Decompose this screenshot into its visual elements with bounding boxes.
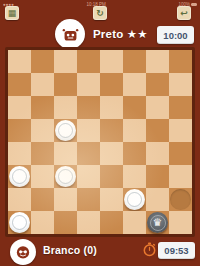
board-cell-r6c1[interactable] <box>31 188 54 211</box>
board-cell-r2c3[interactable] <box>77 96 100 119</box>
board-cell-r5c6[interactable] <box>146 165 169 188</box>
restart-button[interactable]: ↻ <box>93 6 107 20</box>
stopwatch-icon <box>143 242 156 257</box>
board-cell-r7c2[interactable] <box>54 211 77 234</box>
grid-menu-icon: ▦ <box>8 9 17 18</box>
board-cell-r0c3[interactable] <box>77 50 100 73</box>
board: ♛ <box>5 47 195 237</box>
board-cell-r6c7[interactable] <box>169 188 192 211</box>
board-cell-r1c2[interactable] <box>54 73 77 96</box>
board-cell-r2c4[interactable] <box>100 96 123 119</box>
board-cell-r5c7[interactable] <box>169 165 192 188</box>
board-cell-r6c2[interactable] <box>54 188 77 211</box>
board-cell-r0c6[interactable] <box>146 50 169 73</box>
board-cell-r2c0[interactable] <box>8 96 31 119</box>
white-man-piece[interactable] <box>9 166 30 187</box>
board-cell-r3c4[interactable] <box>100 119 123 142</box>
board-cell-r0c2[interactable] <box>54 50 77 73</box>
board-cell-r7c3[interactable] <box>77 211 100 234</box>
robot-icon <box>61 25 80 44</box>
refresh-icon: ↻ <box>96 9 104 18</box>
board-cell-r5c3[interactable] <box>77 165 100 188</box>
white-man-piece[interactable] <box>124 189 145 210</box>
battery-icon <box>191 3 197 6</box>
board-cell-r7c1[interactable] <box>31 211 54 234</box>
board-cell-r4c3[interactable] <box>77 142 100 165</box>
last-move-ghost <box>170 189 191 210</box>
board-cell-r2c5[interactable] <box>123 96 146 119</box>
black-king-piece[interactable]: ♛ <box>147 212 168 233</box>
board-cell-r5c2[interactable] <box>54 165 77 188</box>
board-cell-r3c1[interactable] <box>31 119 54 142</box>
player-clock: 09:53 <box>158 242 195 259</box>
board-cell-r5c4[interactable] <box>100 165 123 188</box>
board-cell-r3c5[interactable] <box>123 119 146 142</box>
board-cell-r2c2[interactable] <box>54 96 77 119</box>
board-cell-r5c0[interactable] <box>8 165 31 188</box>
board-cell-r5c5[interactable] <box>123 165 146 188</box>
board-cell-r6c3[interactable] <box>77 188 100 211</box>
board-cell-r6c0[interactable] <box>8 188 31 211</box>
board-cell-r1c6[interactable] <box>146 73 169 96</box>
board-cell-r1c4[interactable] <box>100 73 123 96</box>
board-cell-r0c5[interactable] <box>123 50 146 73</box>
board-cell-r4c6[interactable] <box>146 142 169 165</box>
opponent-avatar <box>55 19 85 49</box>
board-cell-r3c0[interactable] <box>8 119 31 142</box>
back-arrow-icon: ↩ <box>180 9 188 18</box>
white-man-piece[interactable] <box>9 212 30 233</box>
board-cell-r4c7[interactable] <box>169 142 192 165</box>
menu-button[interactable]: ▦ <box>5 6 19 20</box>
board-cell-r0c0[interactable] <box>8 50 31 73</box>
player-name: Branco (0) <box>43 244 97 256</box>
board-cell-r1c5[interactable] <box>123 73 146 96</box>
board-cell-r2c7[interactable] <box>169 96 192 119</box>
board-cell-r7c5[interactable] <box>123 211 146 234</box>
board-cell-r1c3[interactable] <box>77 73 100 96</box>
board-cell-r7c4[interactable] <box>100 211 123 234</box>
board-grid: ♛ <box>8 50 192 234</box>
player-avatar <box>10 239 36 265</box>
checkers-app: ●●●● 10:18 PM 100% ▦ ↻ ↩ Preto ★★ 10:00 … <box>0 0 200 266</box>
board-cell-r7c6[interactable]: ♛ <box>146 211 169 234</box>
board-cell-r1c1[interactable] <box>31 73 54 96</box>
white-man-piece[interactable] <box>55 120 76 141</box>
board-cell-r7c0[interactable] <box>8 211 31 234</box>
board-cell-r2c1[interactable] <box>31 96 54 119</box>
board-cell-r4c2[interactable] <box>54 142 77 165</box>
board-cell-r3c6[interactable] <box>146 119 169 142</box>
board-cell-r7c7[interactable] <box>169 211 192 234</box>
board-cell-r4c1[interactable] <box>31 142 54 165</box>
board-cell-r6c6[interactable] <box>146 188 169 211</box>
opponent-clock: 10:00 <box>157 26 194 44</box>
board-cell-r4c0[interactable] <box>8 142 31 165</box>
board-cell-r1c0[interactable] <box>8 73 31 96</box>
opponent-name: Preto ★★ <box>93 27 148 41</box>
crown-icon: ♛ <box>147 212 168 233</box>
board-cell-r1c7[interactable] <box>169 73 192 96</box>
board-cell-r3c3[interactable] <box>77 119 100 142</box>
white-man-piece[interactable] <box>55 166 76 187</box>
board-cell-r4c4[interactable] <box>100 142 123 165</box>
person-face-icon <box>14 243 32 261</box>
board-cell-r4c5[interactable] <box>123 142 146 165</box>
board-cell-r3c2[interactable] <box>54 119 77 142</box>
board-cell-r6c4[interactable] <box>100 188 123 211</box>
board-cell-r2c6[interactable] <box>146 96 169 119</box>
board-cell-r0c1[interactable] <box>31 50 54 73</box>
board-cell-r0c4[interactable] <box>100 50 123 73</box>
board-cell-r3c7[interactable] <box>169 119 192 142</box>
back-button[interactable]: ↩ <box>177 6 191 20</box>
board-cell-r6c5[interactable] <box>123 188 146 211</box>
board-cell-r5c1[interactable] <box>31 165 54 188</box>
board-cell-r0c7[interactable] <box>169 50 192 73</box>
